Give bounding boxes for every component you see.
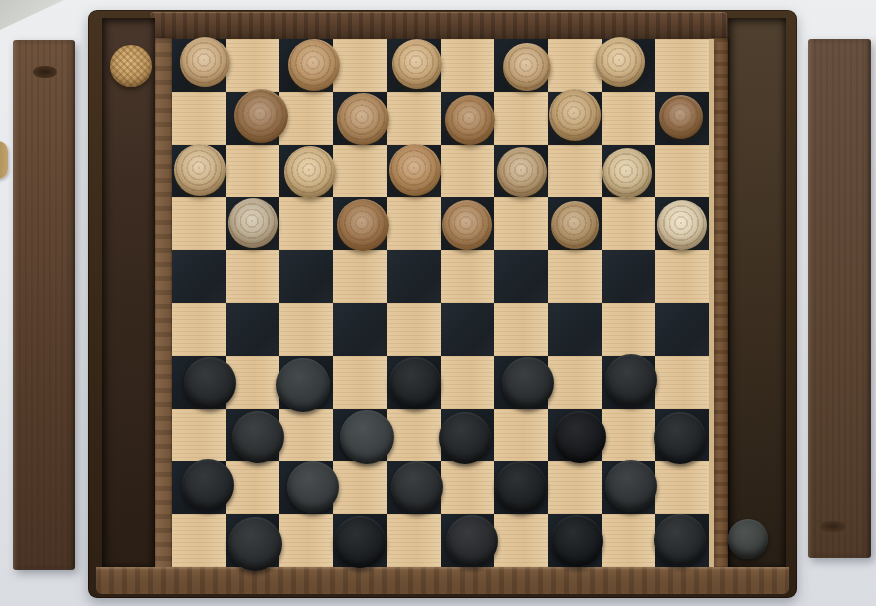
square-r6c1 bbox=[172, 303, 226, 356]
square-r4c9 bbox=[602, 197, 656, 250]
checker-dark-r8c2[interactable] bbox=[232, 411, 284, 463]
square-r2c9 bbox=[602, 92, 656, 145]
checker-dark-r10c2[interactable] bbox=[228, 517, 282, 571]
square-r2c7 bbox=[494, 92, 548, 145]
square-r6c4 bbox=[333, 303, 387, 356]
checker-dark-r8c4[interactable] bbox=[340, 410, 394, 464]
square-r9c8 bbox=[548, 461, 602, 514]
checker-dark-r10c6[interactable] bbox=[446, 515, 498, 567]
left-box-slat[interactable] bbox=[13, 40, 75, 570]
checkers-box-photo bbox=[0, 0, 876, 606]
square-r4c3 bbox=[279, 197, 333, 250]
square-r3c10 bbox=[655, 145, 709, 198]
square-r8c5 bbox=[387, 409, 441, 462]
checker-light-r4c8[interactable] bbox=[551, 201, 599, 249]
square-r1c10 bbox=[655, 39, 709, 92]
square-r3c6 bbox=[441, 145, 495, 198]
square-r8c7 bbox=[494, 409, 548, 462]
checker-light-r2c2[interactable] bbox=[234, 89, 288, 143]
right-box-slat[interactable] bbox=[808, 39, 871, 558]
keyhole-mark bbox=[33, 66, 57, 78]
checker-dark-r10c8[interactable] bbox=[551, 515, 603, 567]
square-r5c10 bbox=[655, 250, 709, 303]
square-r4c7 bbox=[494, 197, 548, 250]
right-storage-channel bbox=[728, 18, 786, 569]
square-r8c1 bbox=[172, 409, 226, 462]
checkers-board bbox=[172, 39, 714, 571]
checker-dark-r8c6[interactable] bbox=[439, 412, 491, 464]
square-r10c3 bbox=[279, 514, 333, 567]
square-r10c7 bbox=[494, 514, 548, 567]
checker-dark-r9c1[interactable] bbox=[182, 459, 234, 511]
checker-dark-r10c10[interactable] bbox=[654, 514, 706, 566]
checker-light-r1c1[interactable] bbox=[180, 37, 230, 87]
checker-light-r2c8[interactable] bbox=[549, 89, 601, 141]
checker-dark-r9c5[interactable] bbox=[391, 461, 443, 513]
keyhole-mark bbox=[820, 521, 846, 532]
checker-dark-r8c8[interactable] bbox=[554, 411, 606, 463]
square-r6c9 bbox=[602, 303, 656, 356]
square-r1c4 bbox=[333, 39, 387, 92]
square-r6c2 bbox=[226, 303, 280, 356]
checker-light-r2c10[interactable] bbox=[659, 95, 703, 139]
checker-dark-r7c5[interactable] bbox=[389, 357, 441, 409]
square-r6c8 bbox=[548, 303, 602, 356]
checker-light-r4c6[interactable] bbox=[442, 200, 492, 250]
square-r5c4 bbox=[333, 250, 387, 303]
square-r7c8 bbox=[548, 356, 602, 409]
square-r5c3 bbox=[279, 250, 333, 303]
checker-light-r3c3[interactable] bbox=[284, 146, 336, 198]
square-r3c8 bbox=[548, 145, 602, 198]
square-r5c7 bbox=[494, 250, 548, 303]
square-r5c9 bbox=[602, 250, 656, 303]
left-storage-channel bbox=[102, 18, 155, 569]
square-r2c1 bbox=[172, 92, 226, 145]
checker-dark-r9c9[interactable] bbox=[605, 460, 657, 512]
checker-light-r4c2[interactable] bbox=[228, 198, 278, 248]
square-r7c10 bbox=[655, 356, 709, 409]
square-r6c10 bbox=[655, 303, 709, 356]
square-r6c5 bbox=[387, 303, 441, 356]
square-r6c6 bbox=[441, 303, 495, 356]
checker-light-r2c4[interactable] bbox=[337, 93, 389, 145]
square-r5c1 bbox=[172, 250, 226, 303]
square-r5c8 bbox=[548, 250, 602, 303]
light-checker-in-left-tray[interactable] bbox=[110, 45, 152, 87]
square-r9c4 bbox=[333, 461, 387, 514]
square-r7c4 bbox=[333, 356, 387, 409]
checker-dark-r7c1[interactable] bbox=[184, 357, 236, 409]
dark-checker-in-right-tray[interactable] bbox=[728, 519, 768, 559]
square-r9c6 bbox=[441, 461, 495, 514]
checker-dark-r7c7[interactable] bbox=[502, 357, 554, 409]
square-r4c5 bbox=[387, 197, 441, 250]
board-left-rail bbox=[155, 38, 172, 569]
square-r6c3 bbox=[279, 303, 333, 356]
square-r1c8 bbox=[548, 39, 602, 92]
checker-light-r4c4[interactable] bbox=[337, 199, 389, 251]
checker-dark-r9c3[interactable] bbox=[287, 461, 339, 513]
square-r8c9 bbox=[602, 409, 656, 462]
square-r5c6 bbox=[441, 250, 495, 303]
checker-light-r4c10[interactable] bbox=[657, 200, 707, 250]
square-r10c9 bbox=[602, 514, 656, 567]
square-r8c3 bbox=[279, 409, 333, 462]
square-r2c5 bbox=[387, 92, 441, 145]
tray-bottom-rail bbox=[96, 567, 789, 594]
square-r3c4 bbox=[333, 145, 387, 198]
square-r5c5 bbox=[387, 250, 441, 303]
square-r1c2 bbox=[226, 39, 280, 92]
marble-corner-fragment bbox=[0, 0, 64, 30]
checker-dark-r9c7[interactable] bbox=[495, 461, 547, 513]
game-box-tray bbox=[88, 10, 797, 598]
square-r9c10 bbox=[655, 461, 709, 514]
square-r4c1 bbox=[172, 197, 226, 250]
wood-edge-sliver bbox=[0, 141, 8, 179]
square-r10c5 bbox=[387, 514, 441, 567]
checker-dark-r8c10[interactable] bbox=[654, 412, 706, 464]
checker-light-r3c5[interactable] bbox=[389, 144, 441, 196]
checker-dark-r10c4[interactable] bbox=[334, 516, 386, 568]
square-r10c1 bbox=[172, 514, 226, 567]
checker-light-r1c5[interactable] bbox=[392, 39, 442, 89]
square-r5c2 bbox=[226, 250, 280, 303]
square-r7c6 bbox=[441, 356, 495, 409]
checker-light-r3c7[interactable] bbox=[497, 147, 547, 197]
checker-light-r3c1[interactable] bbox=[174, 144, 226, 196]
square-r6c7 bbox=[494, 303, 548, 356]
square-r1c6 bbox=[441, 39, 495, 92]
square-r3c2 bbox=[226, 145, 280, 198]
